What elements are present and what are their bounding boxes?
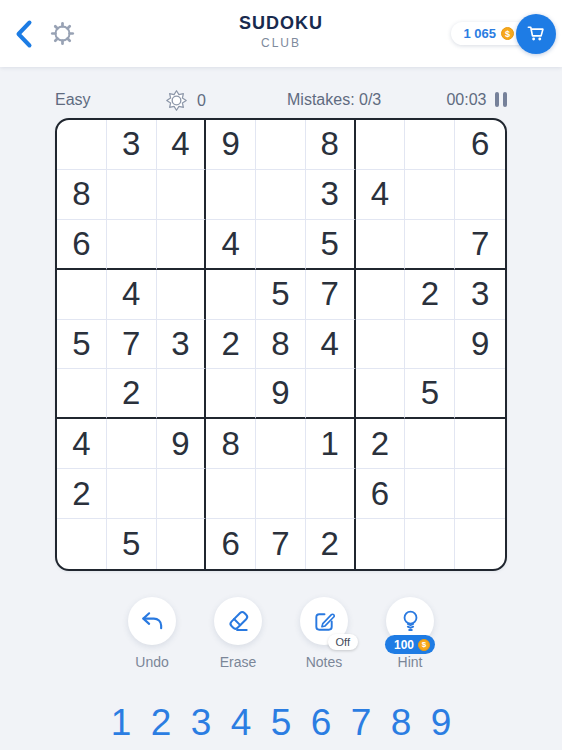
numpad-9[interactable]: 9: [421, 702, 461, 744]
cell-r8c1[interactable]: 2: [57, 469, 107, 519]
numpad-7[interactable]: 7: [341, 702, 381, 744]
cell-r1c3[interactable]: 4: [157, 120, 207, 170]
cell-r2c3[interactable]: [157, 170, 207, 220]
erase-button[interactable]: Erase: [214, 597, 262, 670]
cell-r5c5[interactable]: 8: [256, 320, 306, 370]
cell-r6c7[interactable]: [356, 369, 406, 419]
cell-r4c4[interactable]: [206, 270, 256, 320]
cell-r8c3[interactable]: [157, 469, 207, 519]
app-title: SUDOKU CLUB: [239, 13, 323, 50]
score-value: 0: [197, 92, 206, 110]
cell-r4c7[interactable]: [356, 270, 406, 320]
cell-r5c3[interactable]: 3: [157, 320, 207, 370]
cell-r2c2[interactable]: [107, 170, 157, 220]
cell-r4c9[interactable]: 3: [455, 270, 505, 320]
cell-r9c7[interactable]: [356, 519, 406, 569]
cell-r4c1[interactable]: [57, 270, 107, 320]
pause-icon: [495, 92, 500, 107]
cell-r9c5[interactable]: 7: [256, 519, 306, 569]
cell-r1c4[interactable]: 9: [206, 120, 256, 170]
cell-r1c2[interactable]: 3: [107, 120, 157, 170]
cell-r6c1[interactable]: [57, 369, 107, 419]
cell-r9c6[interactable]: 2: [306, 519, 356, 569]
sudoku-app: SUDOKU CLUB 1 065 $ Easy 0: [0, 0, 562, 750]
undo-icon: [140, 609, 165, 634]
mistakes-label: Mistakes: 0/3: [287, 91, 381, 109]
cell-r4c2[interactable]: 4: [107, 270, 157, 320]
cell-r9c8[interactable]: [405, 519, 455, 569]
gear-icon: [49, 20, 76, 47]
cell-r7c9[interactable]: [455, 419, 505, 469]
cell-r8c7[interactable]: 6: [356, 469, 406, 519]
cell-r1c7[interactable]: [356, 120, 406, 170]
cell-r6c2[interactable]: 2: [107, 369, 157, 419]
notes-pencil-icon: [312, 609, 337, 634]
hint-label: Hint: [398, 654, 423, 670]
app-title-main: SUDOKU: [239, 13, 323, 34]
cell-r4c8[interactable]: 2: [405, 270, 455, 320]
cell-r5c2[interactable]: 7: [107, 320, 157, 370]
status-bar: Easy 0 Mistakes: 0/3 00:03: [55, 89, 507, 113]
cell-r3c1[interactable]: 6: [57, 220, 107, 270]
settings-button[interactable]: [49, 20, 76, 47]
eraser-icon: [226, 609, 251, 634]
timer-value: 00:03: [446, 89, 486, 109]
cell-r6c3[interactable]: [157, 369, 207, 419]
shop-area: 1 065 $: [451, 14, 556, 54]
cell-r5c4[interactable]: 2: [206, 320, 256, 370]
difficulty-label: Easy: [55, 91, 91, 109]
numpad-2[interactable]: 2: [141, 702, 181, 744]
cell-r1c6[interactable]: 8: [306, 120, 356, 170]
cell-r3c9[interactable]: 7: [455, 220, 505, 270]
cell-r6c8[interactable]: 5: [405, 369, 455, 419]
cell-r2c7[interactable]: 4: [356, 170, 406, 220]
timer-group: 00:03: [446, 89, 507, 109]
cell-r3c3[interactable]: [157, 220, 207, 270]
coins-value: 1 065: [463, 26, 496, 41]
cell-r3c6[interactable]: 5: [306, 220, 356, 270]
shop-cart-button[interactable]: [516, 14, 556, 54]
cell-r5c1[interactable]: 5: [57, 320, 107, 370]
number-pad: 123456789: [0, 702, 562, 744]
numpad-8[interactable]: 8: [381, 702, 421, 744]
coin-icon: $: [501, 27, 514, 40]
cell-r8c4[interactable]: [206, 469, 256, 519]
cell-r3c7[interactable]: [356, 220, 406, 270]
notes-label: Notes: [306, 654, 343, 670]
back-chevron-icon: [14, 19, 36, 49]
cell-r8c2[interactable]: [107, 469, 157, 519]
cell-r7c5[interactable]: [256, 419, 306, 469]
cell-r1c5[interactable]: [256, 120, 306, 170]
undo-button[interactable]: Undo: [128, 597, 176, 670]
hint-bulb-icon: [398, 609, 423, 634]
cell-r1c9[interactable]: 6: [455, 120, 505, 170]
cell-r2c1[interactable]: 8: [57, 170, 107, 220]
cell-r4c5[interactable]: 5: [256, 270, 306, 320]
cell-r7c4[interactable]: 8: [206, 419, 256, 469]
score-group: 0: [165, 89, 206, 112]
cell-r9c9[interactable]: [455, 519, 505, 569]
hint-button[interactable]: 100 $ Hint: [386, 597, 434, 670]
cell-r1c8[interactable]: [405, 120, 455, 170]
cart-icon: [525, 22, 548, 45]
cell-r5c6[interactable]: 4: [306, 320, 356, 370]
numpad-6[interactable]: 6: [301, 702, 341, 744]
cell-r2c8[interactable]: [405, 170, 455, 220]
cell-r9c2[interactable]: 5: [107, 519, 157, 569]
cell-r6c6[interactable]: [306, 369, 356, 419]
numpad-1[interactable]: 1: [101, 702, 141, 744]
cell-r8c9[interactable]: [455, 469, 505, 519]
cell-r1c1[interactable]: [57, 120, 107, 170]
app-title-sub: CLUB: [239, 36, 323, 50]
cell-r9c4[interactable]: 6: [206, 519, 256, 569]
cell-r6c5[interactable]: 9: [256, 369, 306, 419]
cell-r5c9[interactable]: 9: [455, 320, 505, 370]
notes-button[interactable]: Off Notes: [300, 597, 348, 670]
trophy-sun-icon: [165, 89, 188, 112]
back-button[interactable]: [14, 19, 36, 49]
cell-r7c6[interactable]: 1: [306, 419, 356, 469]
hint-cost-value: 100: [394, 638, 414, 652]
cell-r8c6[interactable]: [306, 469, 356, 519]
notes-off-badge: Off: [328, 634, 358, 650]
pause-button[interactable]: [495, 92, 508, 107]
sudoku-board: 34986834645745723573284929549812265672: [55, 118, 507, 571]
cell-r5c7[interactable]: [356, 320, 406, 370]
cell-r4c6[interactable]: 7: [306, 270, 356, 320]
cell-r7c1[interactable]: 4: [57, 419, 107, 469]
cell-r7c2[interactable]: [107, 419, 157, 469]
cell-r7c7[interactable]: 2: [356, 419, 406, 469]
hint-coin-icon: $: [418, 639, 430, 651]
numpad-5[interactable]: 5: [261, 702, 301, 744]
toolbar: Undo Erase Off: [0, 597, 562, 670]
numpad-3[interactable]: 3: [181, 702, 221, 744]
cell-r4c3[interactable]: [157, 270, 207, 320]
cell-r2c5[interactable]: [256, 170, 306, 220]
hint-cost-badge: 100 $: [385, 635, 435, 654]
cell-r3c2[interactable]: [107, 220, 157, 270]
cell-r5c8[interactable]: [405, 320, 455, 370]
cell-r9c1[interactable]: [57, 519, 107, 569]
cell-r2c9[interactable]: [455, 170, 505, 220]
cell-r7c3[interactable]: 9: [157, 419, 207, 469]
undo-label: Undo: [135, 654, 168, 670]
numpad-4[interactable]: 4: [221, 702, 261, 744]
cell-r2c6[interactable]: 3: [306, 170, 356, 220]
cell-r6c4[interactable]: [206, 369, 256, 419]
cell-r6c9[interactable]: [455, 369, 505, 419]
top-bar: SUDOKU CLUB 1 065 $: [0, 0, 562, 67]
cell-r3c4[interactable]: 4: [206, 220, 256, 270]
cell-r8c5[interactable]: [256, 469, 306, 519]
cell-r3c8[interactable]: [405, 220, 455, 270]
cell-r9c3[interactable]: [157, 519, 207, 569]
cell-r3c5[interactable]: [256, 220, 306, 270]
erase-label: Erase: [220, 654, 257, 670]
cell-r8c8[interactable]: [405, 469, 455, 519]
cell-r2c4[interactable]: [206, 170, 256, 220]
cell-r7c8[interactable]: [405, 419, 455, 469]
